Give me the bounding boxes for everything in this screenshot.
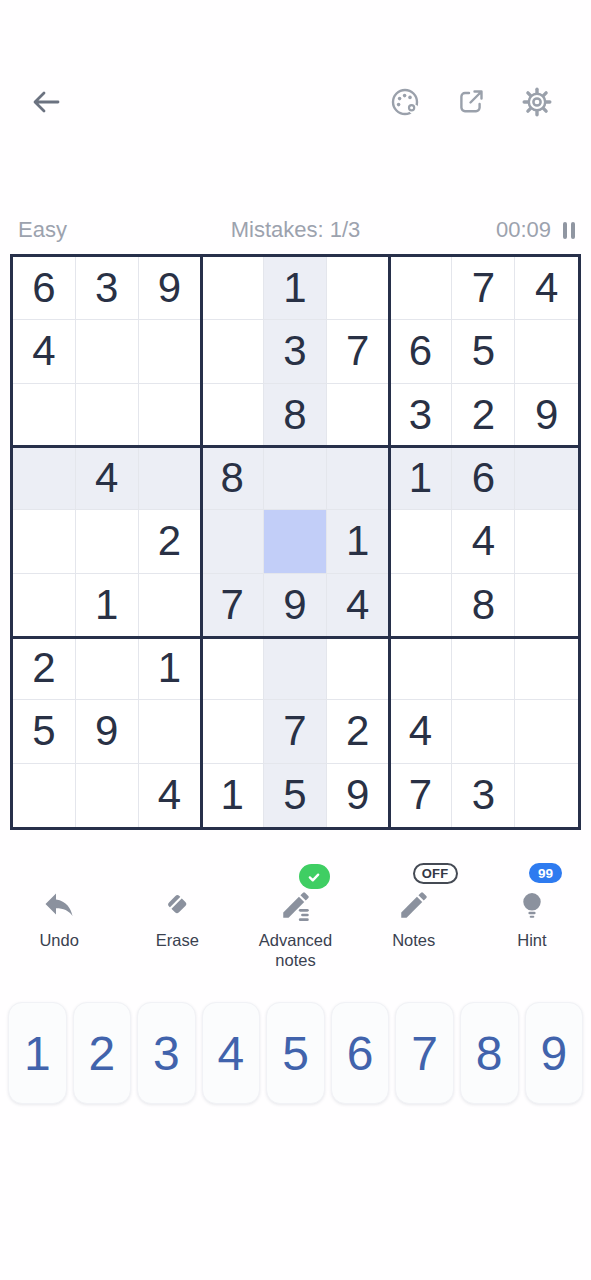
sudoku-app: Easy Mistakes: 1/3 00:09 639174437658329…: [0, 0, 591, 1280]
undo-button[interactable]: Undo: [0, 878, 118, 971]
cell-r7c9[interactable]: [515, 637, 578, 700]
timer-label: 00:09: [496, 217, 551, 243]
advanced-notes-button[interactable]: Advanced notes: [236, 878, 354, 971]
cell-r1c5[interactable]: 1: [264, 257, 327, 320]
cell-r5c5[interactable]: [264, 510, 327, 573]
box-divider-horizontal: [13, 445, 578, 448]
cell-r2c1[interactable]: 4: [13, 320, 76, 383]
numpad-key-7[interactable]: 7: [395, 1002, 454, 1104]
numpad-key-5[interactable]: 5: [266, 1002, 325, 1104]
cell-r4c4[interactable]: 8: [201, 447, 264, 510]
cell-r9c6[interactable]: 9: [327, 764, 390, 827]
cell-r7c8[interactable]: [452, 637, 515, 700]
cell-r9c4[interactable]: 1: [201, 764, 264, 827]
pause-button[interactable]: [561, 220, 577, 241]
cell-r3c4[interactable]: [201, 384, 264, 447]
cell-r9c1[interactable]: [13, 764, 76, 827]
undo-icon: [41, 886, 77, 922]
erase-button[interactable]: Erase: [118, 878, 236, 971]
cell-r6c8[interactable]: 8: [452, 574, 515, 637]
numpad-key-3[interactable]: 3: [137, 1002, 196, 1104]
tool-label: Notes: [392, 931, 435, 951]
cell-r4c8[interactable]: 6: [452, 447, 515, 510]
bulb-icon: [515, 888, 549, 922]
cell-r7c1[interactable]: 2: [13, 637, 76, 700]
hint-button[interactable]: 99 Hint: [473, 878, 591, 971]
tool-label: Erase: [156, 931, 199, 951]
cell-r7c6[interactable]: [327, 637, 390, 700]
tool-label: Undo: [39, 931, 78, 951]
cell-r2c7[interactable]: 6: [390, 320, 453, 383]
difficulty-label: Easy: [18, 217, 67, 243]
numpad-key-2[interactable]: 2: [73, 1002, 132, 1104]
pause-icon: [571, 222, 575, 239]
cell-r1c2[interactable]: 3: [76, 257, 139, 320]
cell-r7c3[interactable]: 1: [139, 637, 202, 700]
cell-r1c1[interactable]: 6: [13, 257, 76, 320]
cell-r8c5[interactable]: 7: [264, 700, 327, 763]
cell-r1c4[interactable]: [201, 257, 264, 320]
notes-button[interactable]: OFF Notes: [355, 878, 473, 971]
notes-off-badge: OFF: [413, 863, 458, 884]
tool-label: Hint: [517, 931, 546, 951]
cell-r7c2[interactable]: [76, 637, 139, 700]
eraser-icon: [159, 886, 195, 922]
cell-r7c4[interactable]: [201, 637, 264, 700]
cell-r6c7[interactable]: [390, 574, 453, 637]
cell-r5c2[interactable]: [76, 510, 139, 573]
pause-icon: [563, 222, 567, 239]
box-divider-vertical: [200, 257, 203, 827]
pencil-notes-icon: [279, 888, 313, 922]
cell-r3c5[interactable]: 8: [264, 384, 327, 447]
topbar: [0, 78, 591, 126]
cell-r9c2[interactable]: [76, 764, 139, 827]
cell-r1c6[interactable]: [327, 257, 390, 320]
numpad-key-1[interactable]: 1: [8, 1002, 67, 1104]
share-button[interactable]: [455, 86, 487, 118]
share-icon: [455, 86, 487, 118]
cell-r6c4[interactable]: 7: [201, 574, 264, 637]
cell-r4c5[interactable]: [264, 447, 327, 510]
cell-r3c6[interactable]: [327, 384, 390, 447]
cell-r6c2[interactable]: 1: [76, 574, 139, 637]
cell-r1c7[interactable]: [390, 257, 453, 320]
cell-r4c2[interactable]: 4: [76, 447, 139, 510]
cell-r3c9[interactable]: 9: [515, 384, 578, 447]
cell-r8c3[interactable]: [139, 700, 202, 763]
numpad-key-9[interactable]: 9: [525, 1002, 584, 1104]
cell-r9c8[interactable]: 3: [452, 764, 515, 827]
cell-r8c2[interactable]: 9: [76, 700, 139, 763]
cell-r6c6[interactable]: 4: [327, 574, 390, 637]
cell-r8c4[interactable]: [201, 700, 264, 763]
mistakes-label: Mistakes: 1/3: [231, 217, 361, 243]
back-button[interactable]: [30, 86, 62, 118]
cell-r7c5[interactable]: [264, 637, 327, 700]
numpad: 123456789: [8, 1002, 583, 1104]
cell-r2c8[interactable]: 5: [452, 320, 515, 383]
cell-r8c9[interactable]: [515, 700, 578, 763]
cell-r2c6[interactable]: 7: [327, 320, 390, 383]
cell-r5c8[interactable]: 4: [452, 510, 515, 573]
cell-r6c3[interactable]: [139, 574, 202, 637]
cell-r3c1[interactable]: [13, 384, 76, 447]
cell-r4c3[interactable]: [139, 447, 202, 510]
toolbar: Undo Erase: [0, 878, 591, 971]
cell-r2c9[interactable]: [515, 320, 578, 383]
cell-r5c6[interactable]: 1: [327, 510, 390, 573]
cell-r1c3[interactable]: 9: [139, 257, 202, 320]
settings-button[interactable]: [521, 86, 553, 118]
cell-r3c2[interactable]: [76, 384, 139, 447]
cell-r2c3[interactable]: [139, 320, 202, 383]
cell-r5c9[interactable]: [515, 510, 578, 573]
cell-r9c9[interactable]: [515, 764, 578, 827]
cell-r6c5[interactable]: 9: [264, 574, 327, 637]
cell-r5c7[interactable]: [390, 510, 453, 573]
hint-count-badge: 99: [529, 863, 562, 883]
cell-r8c8[interactable]: [452, 700, 515, 763]
cell-r8c7[interactable]: 4: [390, 700, 453, 763]
cell-r4c6[interactable]: [327, 447, 390, 510]
cell-r5c4[interactable]: [201, 510, 264, 573]
pencil-icon: [397, 888, 431, 922]
advanced-notes-on-badge: [299, 864, 330, 889]
cell-r4c9[interactable]: [515, 447, 578, 510]
cell-r7c7[interactable]: [390, 637, 453, 700]
cell-r9c5[interactable]: 5: [264, 764, 327, 827]
cell-r6c1[interactable]: [13, 574, 76, 637]
cell-r1c9[interactable]: 4: [515, 257, 578, 320]
sudoku-board: 6391744376583294816214179482159724415973: [10, 254, 581, 830]
cell-r1c8[interactable]: 7: [452, 257, 515, 320]
cell-r2c2[interactable]: [76, 320, 139, 383]
cell-r3c7[interactable]: 3: [390, 384, 453, 447]
cell-r5c1[interactable]: [13, 510, 76, 573]
settings-icon: [521, 86, 553, 118]
tool-label: Advanced notes: [248, 931, 344, 971]
topbar-right-icons: [389, 86, 553, 118]
cell-r2c4[interactable]: [201, 320, 264, 383]
cell-r9c7[interactable]: 7: [390, 764, 453, 827]
cell-r6c9[interactable]: [515, 574, 578, 637]
theme-button[interactable]: [389, 86, 421, 118]
status-row: Easy Mistakes: 1/3 00:09: [0, 212, 591, 248]
back-arrow-icon: [30, 86, 62, 118]
cell-r8c1[interactable]: 5: [13, 700, 76, 763]
cell-r2c5[interactable]: 3: [264, 320, 327, 383]
numpad-key-6[interactable]: 6: [331, 1002, 390, 1104]
cell-r4c1[interactable]: [13, 447, 76, 510]
box-divider-horizontal: [13, 636, 578, 639]
cell-r3c3[interactable]: [139, 384, 202, 447]
cell-r4c7[interactable]: 1: [390, 447, 453, 510]
board-cells: 6391744376583294816214179482159724415973: [13, 257, 578, 827]
numpad-key-4[interactable]: 4: [202, 1002, 261, 1104]
cell-r9c3[interactable]: 4: [139, 764, 202, 827]
cell-r3c8[interactable]: 2: [452, 384, 515, 447]
cell-r5c3[interactable]: 2: [139, 510, 202, 573]
numpad-key-8[interactable]: 8: [460, 1002, 519, 1104]
box-divider-vertical: [388, 257, 391, 827]
check-icon: [304, 867, 324, 887]
cell-r8c6[interactable]: 2: [327, 700, 390, 763]
palette-icon: [389, 86, 421, 118]
